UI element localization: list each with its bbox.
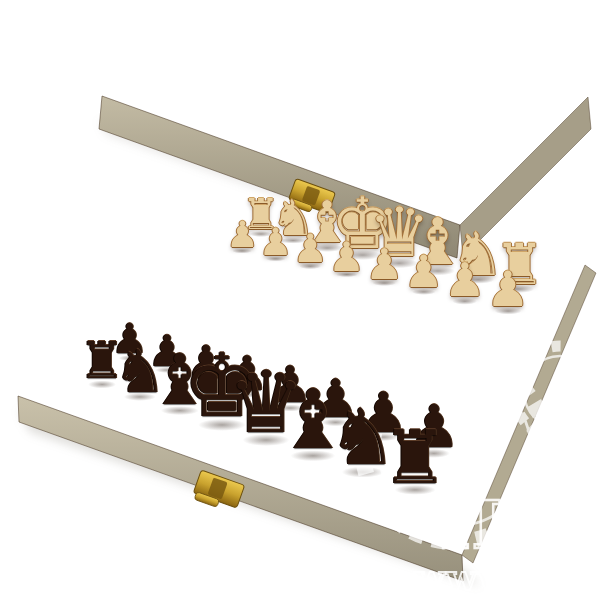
watermark-url-text: www.psp.ru xyxy=(414,556,611,598)
piece-white-pawn-h2[interactable]: ♟ xyxy=(226,217,258,253)
piece-white-pawn-e2[interactable]: ♟ xyxy=(328,236,365,277)
watermark-logo-text: ПСП xyxy=(440,486,611,564)
piece-white-pawn-f2[interactable]: ♟ xyxy=(293,230,328,269)
piece-white-pawn-b2[interactable]: ♟ xyxy=(444,258,486,304)
chess-set-photo: HGFEDCBA56785678 HGFEDCBAHGFEDCBA1234567… xyxy=(0,0,611,600)
piece-white-pawn-c2[interactable]: ♟ xyxy=(404,250,444,294)
piece-black-rook-a8[interactable]: ♜ xyxy=(382,421,448,495)
piece-white-pawn-g2[interactable]: ♟ xyxy=(259,223,293,261)
piece-white-pawn-a2[interactable]: ♟ xyxy=(486,265,530,314)
piece-white-pawn-d2[interactable]: ♟ xyxy=(365,243,403,286)
